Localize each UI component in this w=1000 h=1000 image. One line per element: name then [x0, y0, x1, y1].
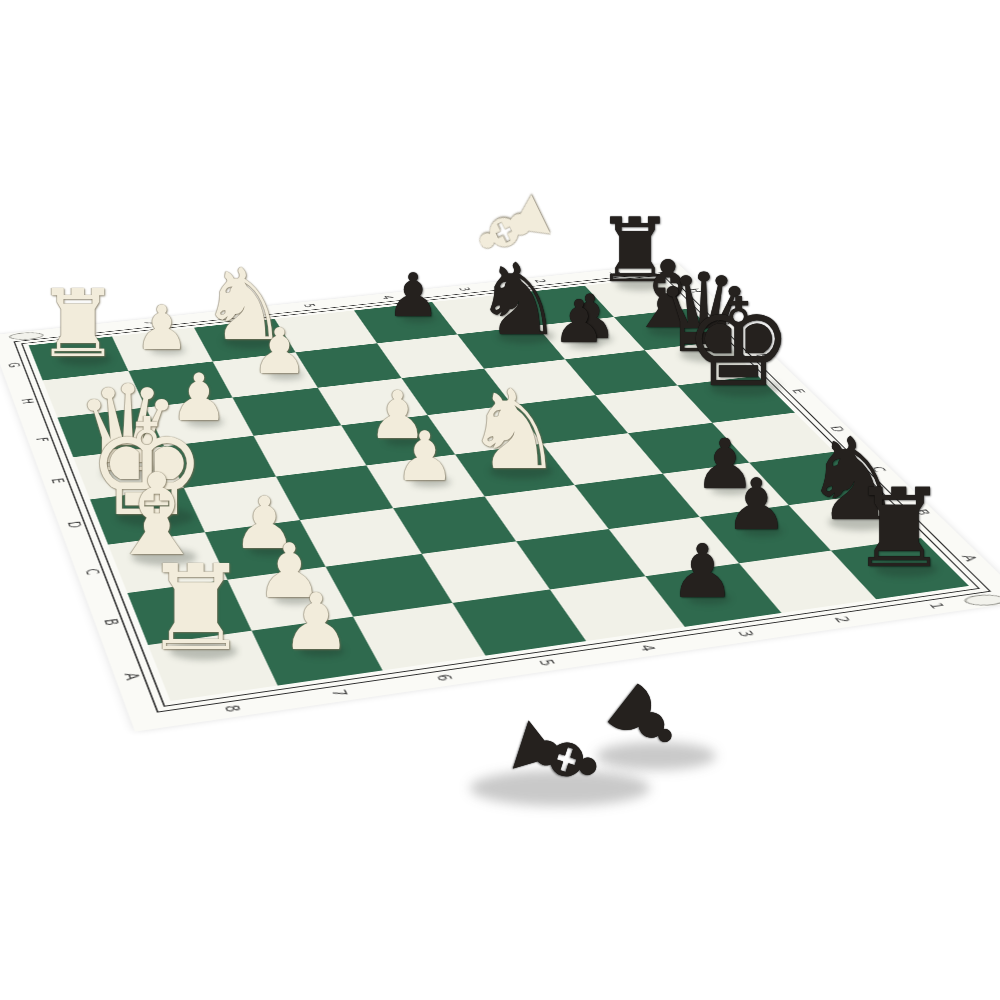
- chess-set-photo: G88HH77GF66FE55ED44DC33CB22BA11A ♜♟♞♟♟♛♚…: [0, 0, 1000, 1000]
- black-pawn-h2[interactable]: ♟: [552, 293, 605, 352]
- black-rook-a1[interactable]: ♜: [850, 474, 948, 583]
- coordinate-label-F: F: [29, 434, 53, 446]
- coordinate-label-3: 3: [729, 626, 761, 642]
- coordinate-label-4: 4: [630, 640, 662, 657]
- coordinate-label-7: 7: [323, 684, 354, 702]
- white-rook-a8[interactable]: ♜: [143, 549, 249, 667]
- coordinate-label-3: 3: [452, 285, 475, 294]
- coordinate-label-C: C: [78, 564, 104, 579]
- white-pawn-a7[interactable]: ♟: [281, 583, 351, 661]
- white-pawn-h7[interactable]: ♟: [134, 296, 189, 357]
- white-rook-h8[interactable]: ♜: [36, 278, 119, 371]
- black-pawn-a3[interactable]: ♟: [669, 535, 735, 609]
- coordinate-label-G: G: [2, 360, 24, 371]
- coordinate-label-5: 5: [297, 301, 319, 311]
- black-pawn-h4[interactable]: ♟: [386, 266, 440, 326]
- coordinate-label-8: 8: [216, 700, 246, 718]
- coordinate-label-A: A: [953, 551, 985, 566]
- coordinate-label-2: 2: [825, 612, 857, 628]
- coordinate-label-B: B: [96, 614, 124, 630]
- coordinate-label-E: E: [44, 474, 69, 487]
- coordinate-label-5: 5: [530, 654, 561, 671]
- coordinate-label-D: D: [61, 518, 86, 532]
- black-knight-g3[interactable]: ♞: [474, 250, 563, 349]
- coordinate-label-H: H: [15, 396, 38, 408]
- brand-logo-bottom: [961, 594, 1000, 607]
- coordinate-label-6: 6: [428, 669, 459, 686]
- coordinate-label-A: A: [116, 668, 145, 685]
- black-king-e1[interactable]: ♚: [684, 282, 793, 404]
- white-pawn-d5[interactable]: ♟: [394, 422, 455, 490]
- white-pawn-g6[interactable]: ♟: [251, 320, 307, 383]
- coordinate-label-1: 1: [919, 598, 952, 614]
- white-knight-d4[interactable]: ♞: [465, 375, 564, 485]
